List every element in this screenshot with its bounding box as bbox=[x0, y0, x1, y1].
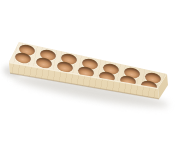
product-photo bbox=[0, 0, 180, 149]
